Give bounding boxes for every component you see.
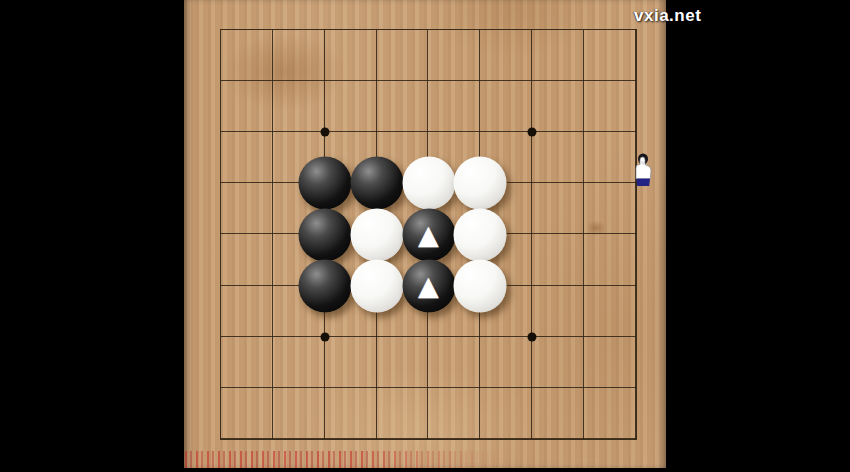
star-point <box>528 128 537 137</box>
triangle-mark: ▲ <box>418 220 439 247</box>
video-artifact-red-streaks <box>185 451 500 468</box>
stone-black[interactable] <box>298 157 351 210</box>
letterbox-right <box>666 0 850 472</box>
board-grid[interactable]: ▲▲ <box>220 29 637 440</box>
stone-white[interactable] <box>454 157 507 210</box>
star-point <box>528 332 537 341</box>
stone-black[interactable] <box>298 208 351 261</box>
triangle-mark: ▲ <box>418 271 439 298</box>
stone-black-marked[interactable]: ▲ <box>402 208 455 261</box>
stone-white[interactable] <box>350 259 403 312</box>
goban-wood: ▲▲ <box>184 0 666 468</box>
stone-white[interactable] <box>350 208 403 261</box>
star-point <box>320 332 329 341</box>
stone-black[interactable] <box>298 259 351 312</box>
stone-black-marked[interactable]: ▲ <box>402 259 455 312</box>
stone-white[interactable] <box>402 157 455 210</box>
stone-black[interactable] <box>350 157 403 210</box>
stone-white[interactable] <box>454 208 507 261</box>
watermark-text: vxia.net <box>634 6 701 26</box>
stone-white[interactable] <box>454 259 507 312</box>
video-frame: ▲▲ vxia.net <box>0 0 850 472</box>
hand-cursor-icon <box>630 152 654 192</box>
letterbox-left <box>0 0 184 472</box>
star-point <box>320 128 329 137</box>
